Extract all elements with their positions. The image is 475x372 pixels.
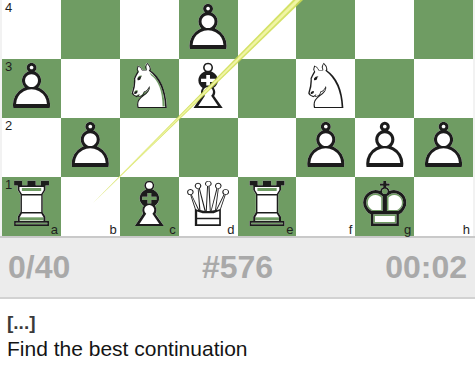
square-e4[interactable] [238, 0, 297, 59]
puzzle-number: #576 [202, 249, 273, 286]
square-h2[interactable]: ♟♙ [414, 118, 473, 177]
piece-wP-f2[interactable]: ♟♙ [296, 118, 355, 177]
square-b1[interactable]: b [61, 177, 120, 236]
square-a3[interactable]: 3♟♙ [2, 59, 61, 118]
piece-outline: ♙ [416, 114, 472, 176]
square-a1[interactable]: 1a♜♖ [2, 177, 61, 236]
square-h4[interactable] [414, 0, 473, 59]
file-label-h: h [463, 222, 470, 237]
file-label-e: e [286, 222, 293, 237]
rank-label-1: 1 [5, 177, 12, 192]
square-h1[interactable]: h [414, 177, 473, 236]
square-e1[interactable]: e♜♖ [238, 177, 297, 236]
puzzle-app: 4♟♙3♟♙♞♘♝♗♞♘2♟♙♟♙♟♙♟♙1a♜♖bc♝♗d♛♕e♜♖fg♚♔h… [0, 0, 475, 372]
square-b4[interactable] [61, 0, 120, 59]
board-grid: 4♟♙3♟♙♞♘♝♗♞♘2♟♙♟♙♟♙♟♙1a♜♖bc♝♗d♛♕e♜♖fg♚♔h [2, 0, 473, 236]
file-label-d: d [227, 222, 234, 237]
square-f1[interactable]: f [296, 177, 355, 236]
puzzle-timer: 00:02 [385, 249, 467, 286]
prompt-area: [...] Find the best continuation [0, 301, 475, 372]
status-bar: 0/40 #576 00:02 [0, 236, 475, 299]
file-label-c: c [169, 222, 176, 237]
piece-outline: ♙ [298, 114, 354, 176]
piece-wP-b2[interactable]: ♟♙ [61, 118, 120, 177]
rank-label-2: 2 [5, 118, 12, 133]
piece-wP-h2[interactable]: ♟♙ [414, 118, 473, 177]
file-label-b: b [110, 222, 117, 237]
puzzle-score: 0/40 [8, 249, 70, 286]
piece-outline: ♗ [180, 55, 236, 117]
piece-wB-d3[interactable]: ♝♗ [179, 59, 238, 118]
square-g1[interactable]: g♚♔ [355, 177, 414, 236]
square-b2[interactable]: ♟♙ [61, 118, 120, 177]
piece-wN-c3[interactable]: ♞♘ [120, 59, 179, 118]
square-c1[interactable]: c♝♗ [120, 177, 179, 236]
file-label-a: a [51, 222, 58, 237]
prompt-instruction: Find the best continuation [7, 335, 475, 363]
square-f2[interactable]: ♟♙ [296, 118, 355, 177]
file-label-f: f [349, 222, 353, 237]
square-e3[interactable] [238, 59, 297, 118]
square-c3[interactable]: ♞♘ [120, 59, 179, 118]
piece-outline: ♘ [121, 55, 177, 117]
rank-label-4: 4 [5, 0, 12, 15]
chessboard: 4♟♙3♟♙♞♘♝♗♞♘2♟♙♟♙♟♙♟♙1a♜♖bc♝♗d♛♕e♜♖fg♚♔h [0, 0, 475, 236]
square-d3[interactable]: ♝♗ [179, 59, 238, 118]
file-label-g: g [404, 222, 411, 237]
rank-label-3: 3 [5, 59, 12, 74]
prompt-title: [...] [7, 311, 475, 335]
piece-outline: ♙ [63, 114, 119, 176]
square-d1[interactable]: d♛♕ [179, 177, 238, 236]
square-g4[interactable] [355, 0, 414, 59]
